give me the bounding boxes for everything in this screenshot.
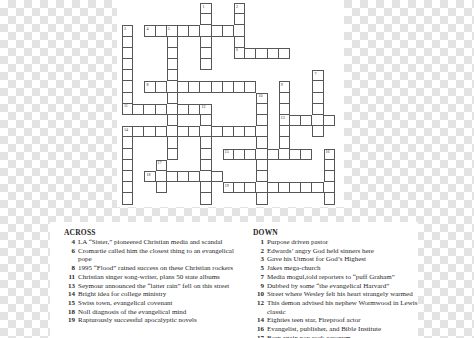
clue-number: 14 — [64, 290, 78, 299]
grid-cell-r10c15[interactable] — [290, 115, 301, 126]
grid-cell-r11c10[interactable] — [234, 126, 245, 137]
clue-number: 6 — [64, 247, 78, 264]
across-clue-list: 4LA “Sister,” pioneered Christian media … — [64, 238, 248, 325]
grid-cell-r2c8[interactable] — [212, 25, 223, 36]
down-clue-7: 7Media mogul,told reporters to “puff Gra… — [253, 273, 425, 282]
grid-cell-r9c14[interactable] — [279, 104, 290, 115]
down-column: DOWN 1Purpose driven pastor2Edwards’ ang… — [253, 228, 425, 338]
grid-cell-r7c4[interactable] — [167, 81, 178, 92]
grid-cell-r13c4[interactable] — [167, 149, 178, 160]
grid-cell-r5c7[interactable] — [200, 59, 211, 70]
down-clue-16: 16Evangelist, publisher, and Bible Insti… — [253, 325, 425, 334]
grid-cell-r2c7[interactable] — [200, 25, 211, 36]
clue-text: Swiss town, evangelical covenant — [78, 299, 172, 308]
cell-number-8: 8 — [146, 83, 148, 87]
grid-cell-r16c0[interactable] — [122, 182, 133, 193]
grid-cell-r2c5[interactable] — [178, 25, 189, 36]
clue-text: Bright idea for college ministry — [78, 290, 166, 299]
cell-number-14: 14 — [124, 128, 128, 132]
grid-cell-r4c10[interactable]: 6 — [234, 48, 245, 59]
grid-cell-r10c17[interactable] — [312, 115, 323, 126]
grid-cell-r0c10[interactable]: 2 — [234, 3, 245, 14]
across-clue-6: 6Cromartie called him the closest thing … — [64, 247, 248, 264]
grid-cell-r7c0[interactable] — [122, 81, 133, 92]
grid-cell-r2c9[interactable] — [223, 25, 234, 36]
grid-cell-r15c5[interactable] — [178, 171, 189, 182]
clue-number: 2 — [253, 247, 267, 256]
clue-number: 19 — [64, 316, 78, 325]
grid-cell-r15c4[interactable] — [167, 171, 178, 182]
clue-text: Purpose driven pastor — [267, 238, 328, 247]
grid-cell-r7c9[interactable] — [223, 81, 234, 92]
across-clue-19: 19Rapturously successful apocalyptic nov… — [64, 316, 248, 325]
grid-cell-r13c14[interactable] — [279, 149, 290, 160]
grid-cell-r11c14[interactable] — [279, 126, 290, 137]
grid-cell-r1c10[interactable] — [234, 14, 245, 25]
clue-text: Jakes mega-church — [267, 264, 320, 273]
cell-number-12: 12 — [201, 105, 205, 109]
grid-cell-r1c7[interactable] — [200, 14, 211, 25]
clue-number: 17 — [253, 334, 267, 338]
grid-cell-r4c7[interactable] — [200, 48, 211, 59]
down-clue-2: 2Edwards’ angry God held sinners here — [253, 247, 425, 256]
grid-cell-r11c12[interactable] — [256, 126, 267, 137]
grid-cell-r6c0[interactable] — [122, 70, 133, 81]
cell-number-10: 10 — [258, 94, 262, 98]
clue-number: 7 — [253, 273, 267, 282]
grid-cell-r4c13[interactable] — [268, 48, 279, 59]
clue-number: 15 — [64, 299, 78, 308]
clue-number: 14 — [253, 316, 267, 325]
clue-text: LA “Sister,” pioneered Christian media a… — [78, 238, 223, 247]
grid-cell-r10c4[interactable] — [167, 115, 178, 126]
grid-cell-r7c14[interactable]: 9 — [279, 81, 290, 92]
across-clue-15: 15Swiss town, evangelical covenant — [64, 299, 248, 308]
clue-number: 18 — [64, 308, 78, 317]
grid-cell-r13c12[interactable] — [256, 149, 267, 160]
across-column: ACROSS 4LA “Sister,” pioneered Christian… — [64, 228, 248, 325]
down-clue-10: 10Street where Wesley felt his heart str… — [253, 290, 425, 299]
grid-cell-r16c13[interactable] — [268, 182, 279, 193]
grid-cell-r11c0[interactable]: 14 — [122, 126, 133, 137]
grid-cell-r13c13[interactable] — [268, 149, 279, 160]
grid-cell-r11c1[interactable] — [133, 126, 144, 137]
cell-number-15: 15 — [225, 150, 229, 154]
grid-cell-r14c12[interactable] — [256, 160, 267, 171]
grid-cell-r7c2[interactable]: 8 — [144, 81, 155, 92]
grid-cell-r10c16[interactable] — [301, 115, 312, 126]
clue-number: 1 — [253, 238, 267, 247]
grid-cell-r16c17[interactable] — [312, 182, 323, 193]
grid-cell-r9c6[interactable] — [189, 104, 200, 115]
grid-cell-r9c0[interactable]: 11 — [122, 104, 133, 115]
clue-text: Noll diagnosis of the evangelical mind — [78, 308, 186, 317]
grid-cell-r5c4[interactable] — [167, 59, 178, 70]
grid-cell-r9c2[interactable] — [144, 104, 155, 115]
clues-panel: ACROSS 4LA “Sister,” pioneered Christian… — [50, 222, 418, 338]
across-clue-14: 14Bright idea for college ministry — [64, 290, 248, 299]
grid-cell-r4c4[interactable] — [167, 48, 178, 59]
grid-cell-r11c17[interactable] — [312, 126, 323, 137]
grid-cell-r11c11[interactable] — [245, 126, 256, 137]
down-header: DOWN — [253, 228, 425, 237]
grid-cell-r12c4[interactable] — [167, 137, 178, 148]
down-clue-5: 5Jakes mega-church — [253, 264, 425, 273]
grid-cell-r16c3[interactable] — [156, 182, 167, 193]
grid-cell-r9c17[interactable] — [312, 104, 323, 115]
grid-cell-r3c0[interactable] — [122, 37, 133, 48]
clue-number: 13 — [64, 282, 78, 291]
grid-cell-r13c11[interactable] — [245, 149, 256, 160]
down-clue-list: 1Purpose driven pastor2Edwards’ angry Go… — [253, 238, 425, 338]
grid-cell-r14c3[interactable]: 17 — [156, 160, 167, 171]
cell-number-13: 13 — [281, 116, 285, 120]
grid-cell-r6c4[interactable] — [167, 70, 178, 81]
grid-cell-r13c16[interactable] — [301, 149, 312, 160]
grid-cell-r6c17[interactable]: 7 — [312, 70, 323, 81]
clue-number: 12 — [253, 299, 267, 316]
grid-cell-r16c9[interactable]: 19 — [223, 182, 234, 193]
grid-cell-r0c7[interactable]: 1 — [200, 3, 211, 14]
clue-text: Rapturously successful apocalyptic novel… — [78, 316, 197, 325]
grid-cell-r16c16[interactable] — [301, 182, 312, 193]
grid-cell-r9c4[interactable] — [167, 104, 178, 115]
grid-cell-r2c2[interactable]: 4 — [144, 25, 155, 36]
grid-cell-r9c1[interactable] — [133, 104, 144, 115]
cell-number-7: 7 — [314, 72, 316, 76]
grid-cell-r12c12[interactable] — [256, 137, 267, 148]
grid-cell-r11c5[interactable] — [178, 126, 189, 137]
grid-cell-r10c14[interactable]: 13 — [279, 115, 290, 126]
cell-number-11: 11 — [124, 104, 128, 108]
grid-cell-r7c6[interactable] — [189, 81, 200, 92]
grid-cell-r9c12[interactable] — [256, 104, 267, 115]
clue-text: Christian singer song-writer, plans 50 s… — [78, 273, 220, 282]
grid-cell-r15c3[interactable] — [156, 171, 167, 182]
grid-cell-r11c8[interactable] — [212, 126, 223, 137]
grid-cell-r13c18[interactable]: 16 — [324, 149, 335, 160]
grid-cell-r15c6[interactable] — [189, 171, 200, 182]
grid-cell-r5c0[interactable] — [122, 59, 133, 70]
cell-number-1: 1 — [202, 5, 204, 9]
grid-cell-r16c10[interactable] — [234, 182, 245, 193]
down-clue-3: 3Gave his Utmost for God’s Highest — [253, 255, 425, 264]
clue-text: Evangelist, publisher, and Bible Institu… — [267, 325, 381, 334]
grid-cell-r10c18[interactable] — [324, 115, 335, 126]
clue-text: Born again pop rock acronym — [267, 334, 351, 338]
across-clue-8: 81995 “Flood” rained success on these Ch… — [64, 264, 248, 273]
clue-number: 16 — [253, 325, 267, 334]
grid-cell-r13c10[interactable] — [234, 149, 245, 160]
grid-cell-r4c12[interactable] — [256, 48, 267, 59]
down-clue-12: 12This demon advised his nephew Wormwood… — [253, 299, 425, 316]
grid-cell-r13c9[interactable]: 15 — [223, 149, 234, 160]
grid-cell-r8c17[interactable] — [312, 93, 323, 104]
grid-cell-r16c14[interactable] — [279, 182, 290, 193]
grid-cell-r9c7[interactable]: 12 — [200, 104, 211, 115]
grid-cell-r13c15[interactable] — [290, 149, 301, 160]
grid-cell-r15c7[interactable] — [200, 171, 211, 182]
grid-cell-r14c7[interactable] — [200, 160, 211, 171]
grid-cell-r8c12[interactable]: 10 — [256, 93, 267, 104]
grid-cell-r7c17[interactable] — [312, 81, 323, 92]
clue-number: 9 — [253, 282, 267, 291]
grid-cell-r2c4[interactable]: 5 — [167, 25, 178, 36]
grid-cell-r11c3[interactable] — [156, 126, 167, 137]
cell-number-16: 16 — [326, 150, 330, 154]
cell-number-18: 18 — [146, 173, 150, 177]
grid-cell-r8c4[interactable] — [167, 93, 178, 104]
grid-cell-r7c3[interactable] — [156, 81, 167, 92]
clue-text: This demon advised his nephew Wormwood i… — [267, 299, 417, 316]
cell-number-5: 5 — [168, 27, 170, 31]
grid-cell-r14c0[interactable] — [122, 160, 133, 171]
grid-cell-r12c0[interactable] — [122, 137, 133, 148]
grid-cell-r17c7[interactable] — [200, 193, 211, 204]
grid-cell-r15c12[interactable] — [256, 171, 267, 182]
cell-number-2: 2 — [236, 5, 238, 9]
crossword-grid: 12345678910111213141516171819 — [122, 3, 335, 205]
grid-cell-r11c2[interactable] — [144, 126, 155, 137]
grid-cell-r3c4[interactable] — [167, 37, 178, 48]
grid-cell-r2c10[interactable] — [234, 25, 245, 36]
grid-cell-r16c15[interactable] — [290, 182, 301, 193]
clue-text: Street where Wesley felt his heart stran… — [267, 290, 413, 299]
grid-cell-r10c7[interactable] — [200, 115, 211, 126]
grid-cell-r16c12[interactable] — [256, 182, 267, 193]
grid-cell-r8c14[interactable] — [279, 93, 290, 104]
grid-cell-r11c4[interactable] — [167, 126, 178, 137]
grid-cell-r9c3[interactable] — [156, 104, 167, 115]
clue-text: Eighties teen star, Fireproof actor — [267, 316, 361, 325]
grid-cell-r7c7[interactable] — [200, 81, 211, 92]
grid-cell-r3c10[interactable] — [234, 37, 245, 48]
clue-number: 10 — [253, 290, 267, 299]
clue-text: Seymour announced the “latter rain” fell… — [78, 282, 229, 291]
grid-cell-r16c11[interactable] — [245, 182, 256, 193]
clue-number: 5 — [253, 264, 267, 273]
clue-number: 4 — [64, 238, 78, 247]
clue-text: Media mogul,told reporters to “puff Grah… — [267, 273, 395, 282]
clue-text: Gave his Utmost for God’s Highest — [267, 255, 366, 264]
grid-cell-r7c5[interactable] — [178, 81, 189, 92]
cell-number-4: 4 — [146, 27, 148, 31]
grid-cell-r11c9[interactable] — [223, 126, 234, 137]
grid-cell-r7c8[interactable] — [212, 81, 223, 92]
grid-cell-r2c0[interactable]: 3 — [122, 25, 133, 36]
grid-cell-r16c7[interactable] — [200, 182, 211, 193]
grid-cell-r17c12[interactable] — [256, 193, 267, 204]
grid-cell-r3c7[interactable] — [200, 37, 211, 48]
grid-cell-r13c0[interactable] — [122, 149, 133, 160]
grid-cell-r7c10[interactable] — [234, 81, 245, 92]
clue-text: 1995 “Flood” rained success on these Chr… — [78, 264, 233, 273]
grid-cell-r2c3[interactable] — [156, 25, 167, 36]
clue-text: Cromartie called him the closest thing t… — [78, 247, 234, 264]
across-clue-11: 11Christian singer song-writer, plans 50… — [64, 273, 248, 282]
clue-text: Dubbed by some “the evangelical Harvard” — [267, 282, 389, 291]
grid-cell-r10c12[interactable] — [256, 115, 267, 126]
across-clue-4: 4LA “Sister,” pioneered Christian media … — [64, 238, 248, 247]
down-clue-1: 1Purpose driven pastor — [253, 238, 425, 247]
grid-cell-r15c0[interactable] — [122, 171, 133, 182]
down-clue-17: 17Born again pop rock acronym — [253, 334, 425, 338]
clue-number: 3 — [253, 255, 267, 264]
grid-cell-r17c0[interactable] — [122, 193, 133, 204]
grid-cell-r8c0[interactable] — [122, 93, 133, 104]
grid-cell-r12c7[interactable] — [200, 137, 211, 148]
across-header: ACROSS — [64, 228, 248, 237]
grid-cell-r15c18[interactable] — [324, 171, 335, 182]
grid-cell-r12c14[interactable] — [279, 137, 290, 148]
clue-text: Edwards’ angry God held sinners here — [267, 247, 374, 256]
down-clue-9: 9Dubbed by some “the evangelical Harvard… — [253, 282, 425, 291]
grid-cell-r9c5[interactable] — [178, 104, 189, 115]
across-clue-13: 13Seymour announced the “latter rain” fe… — [64, 282, 248, 291]
grid-cell-r15c2[interactable]: 18 — [144, 171, 155, 182]
cell-number-3: 3 — [124, 27, 126, 31]
clue-number: 11 — [64, 273, 78, 282]
grid-cell-r11c6[interactable] — [189, 126, 200, 137]
cell-number-9: 9 — [281, 83, 283, 87]
grid-cell-r7c11[interactable] — [245, 81, 256, 92]
clue-number: 8 — [64, 264, 78, 273]
grid-cell-r15c8[interactable] — [212, 171, 223, 182]
grid-cell-r2c6[interactable] — [189, 25, 200, 36]
grid-cell-r4c0[interactable] — [122, 48, 133, 59]
across-clue-18: 18Noll diagnosis of the evangelical mind — [64, 308, 248, 317]
down-clue-14: 14Eighties teen star, Fireproof actor — [253, 316, 425, 325]
transparency-checkerboard: ACROSS 4LA “Sister,” pioneered Christian… — [0, 0, 474, 338]
grid-cell-r11c7[interactable] — [200, 126, 211, 137]
grid-cell-r17c18[interactable] — [324, 193, 335, 204]
grid-cell-r4c14[interactable] — [279, 48, 290, 59]
cell-number-17: 17 — [158, 161, 162, 165]
cell-number-6: 6 — [236, 48, 238, 52]
grid-cell-r16c18[interactable] — [324, 182, 335, 193]
cell-number-19: 19 — [225, 184, 229, 188]
grid-cell-r13c7[interactable] — [200, 149, 211, 160]
grid-cell-r14c18[interactable] — [324, 160, 335, 171]
grid-cell-r4c11[interactable] — [245, 48, 256, 59]
